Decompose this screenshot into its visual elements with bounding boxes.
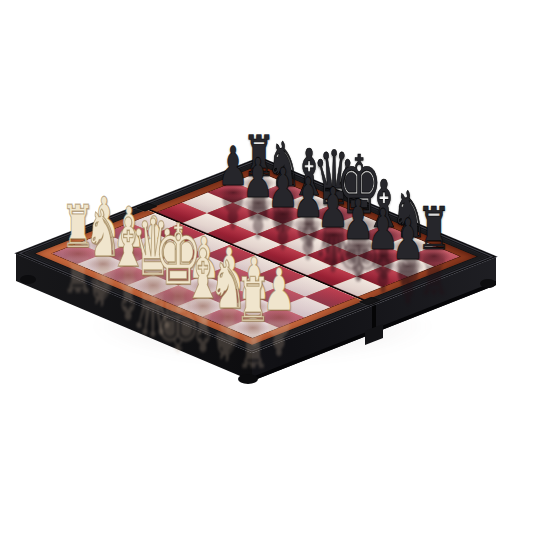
rook-glyph: ♜: [235, 268, 270, 329]
photo-canvas: ♜♜♞♞♝♝♛♛♚♚♝♝♞♞♜♜♟♟♟♟♟♟♟♟♟♟♟♟♟♟♟♟♟♟♟♟♟♟♟♟…: [0, 0, 560, 560]
pawn-glyph: ♟: [392, 212, 425, 269]
pieces-layer: ♜♜♞♞♝♝♛♛♚♚♝♝♞♞♜♜♟♟♟♟♟♟♟♟♟♟♟♟♟♟♟♟♟♟♟♟♟♟♟♟…: [0, 0, 560, 560]
